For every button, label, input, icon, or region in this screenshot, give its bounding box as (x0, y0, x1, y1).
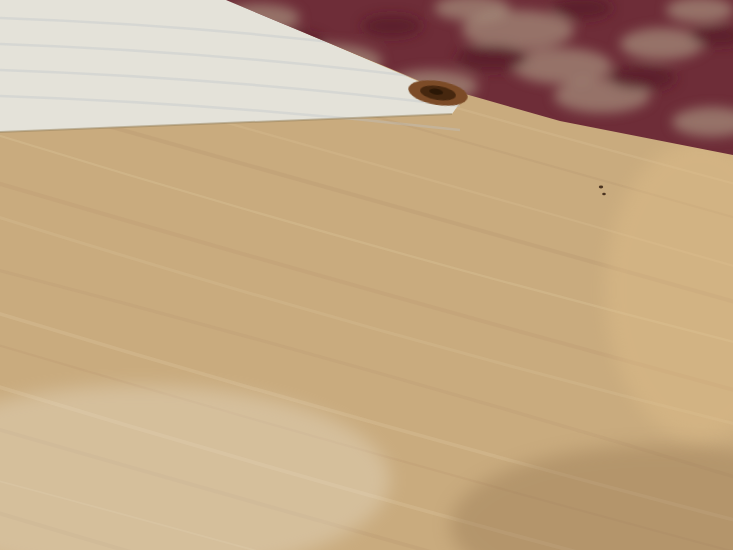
aggravation-board-photo (0, 0, 733, 550)
scene-svg (0, 0, 733, 550)
